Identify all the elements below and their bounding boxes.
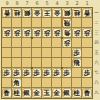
square-34[interactable]: 歩 <box>62 38 72 48</box>
square-78[interactable] <box>22 78 32 88</box>
square-85[interactable] <box>12 48 22 58</box>
square-68[interactable] <box>32 78 42 88</box>
square-45[interactable] <box>52 48 62 58</box>
square-42[interactable] <box>52 18 62 28</box>
rank-label-2: 二 <box>93 18 100 28</box>
piece-knight-gote[interactable]: 桂 <box>73 9 81 17</box>
square-61[interactable]: 金 <box>32 8 42 18</box>
file-label-7: 7 <box>22 0 32 7</box>
square-23[interactable]: 歩 <box>72 28 82 38</box>
piece-pawn-sente[interactable]: 歩 <box>23 69 31 77</box>
square-58[interactable] <box>42 78 52 88</box>
square-56[interactable] <box>42 58 52 68</box>
square-15[interactable] <box>82 48 92 58</box>
square-86[interactable] <box>12 58 22 68</box>
square-44[interactable] <box>52 38 62 48</box>
piece-pawn-sente[interactable]: 歩 <box>3 69 11 77</box>
file-label-1: 1 <box>82 0 92 7</box>
piece-pawn-gote[interactable]: 歩 <box>83 29 91 37</box>
file-label-3: 3 <box>62 0 72 7</box>
piece-knight-sente[interactable]: 桂 <box>73 89 81 97</box>
square-19[interactable]: 香 <box>82 88 92 98</box>
square-94[interactable] <box>2 38 12 48</box>
square-63[interactable]: 歩 <box>32 28 42 38</box>
square-93[interactable]: 歩 <box>2 28 12 38</box>
square-35[interactable] <box>62 48 72 58</box>
square-96[interactable] <box>2 58 12 68</box>
square-81[interactable]: 桂 <box>12 8 22 18</box>
square-27[interactable] <box>72 68 82 78</box>
square-47[interactable]: 歩 <box>52 68 62 78</box>
square-14[interactable] <box>82 38 92 48</box>
square-74[interactable] <box>22 38 32 48</box>
square-25[interactable]: 歩 <box>72 48 82 58</box>
square-32[interactable]: 飛 <box>62 18 72 28</box>
square-51[interactable]: 王 <box>42 8 52 18</box>
square-38[interactable] <box>62 78 72 88</box>
file-label-8: 8 <box>12 0 22 7</box>
piece-pawn-gote[interactable]: 歩 <box>33 29 41 37</box>
square-69[interactable]: 金 <box>32 88 42 98</box>
square-55[interactable] <box>42 48 52 58</box>
square-53[interactable]: 歩 <box>42 28 52 38</box>
piece-lance-sente[interactable]: 香 <box>83 89 91 97</box>
square-97[interactable]: 歩 <box>2 68 12 78</box>
square-13[interactable]: 歩 <box>82 28 92 38</box>
square-41[interactable]: 金 <box>52 8 62 18</box>
square-84[interactable] <box>12 38 22 48</box>
rank-label-8: 八 <box>93 78 100 88</box>
piece-pawn-gote[interactable]: 歩 <box>13 29 21 37</box>
piece-knight-sente[interactable]: 桂 <box>13 89 21 97</box>
rank-label-7: 七 <box>93 68 100 78</box>
square-59[interactable]: 玉 <box>42 88 52 98</box>
square-57[interactable]: 歩 <box>42 68 52 78</box>
square-91[interactable]: 香 <box>2 8 12 18</box>
piece-pawn-gote[interactable]: 歩 <box>73 29 81 37</box>
square-66[interactable] <box>32 58 42 68</box>
square-87[interactable]: 歩 <box>12 68 22 78</box>
square-31[interactable]: 銀 <box>62 8 72 18</box>
file-label-4: 4 <box>52 0 62 7</box>
square-83[interactable]: 歩 <box>12 28 22 38</box>
square-98[interactable] <box>2 78 12 88</box>
shogi-board-widget: 987654321 一二三四五六七八九 香桂銀金王金銀桂香飛歩歩歩歩歩歩角歩歩歩… <box>0 0 100 100</box>
piece-pawn-gote[interactable]: 歩 <box>23 29 31 37</box>
star-point <box>31 67 33 69</box>
shogi-board: 香桂銀金王金銀桂香飛歩歩歩歩歩歩角歩歩歩歩飛歩歩歩歩歩歩歩歩角香桂銀金玉金銀桂香 <box>1 7 93 99</box>
piece-pawn-sente[interactable]: 歩 <box>33 69 41 77</box>
piece-pawn-sente[interactable]: 歩 <box>63 69 71 77</box>
square-39[interactable]: 銀 <box>62 88 72 98</box>
square-54[interactable] <box>42 38 52 48</box>
piece-gold-sente[interactable]: 金 <box>53 89 61 97</box>
piece-bishop-gote[interactable]: 角 <box>63 29 71 37</box>
rank-label-3: 三 <box>93 28 100 38</box>
square-77[interactable]: 歩 <box>22 68 32 78</box>
square-48[interactable] <box>52 78 62 88</box>
piece-rook-gote[interactable]: 飛 <box>63 19 71 27</box>
piece-pawn-sente[interactable]: 歩 <box>83 69 91 77</box>
piece-silver-gote[interactable]: 銀 <box>63 9 71 17</box>
square-89[interactable]: 桂 <box>12 88 22 98</box>
piece-knight-gote[interactable]: 桂 <box>13 9 21 17</box>
piece-pawn-sente[interactable]: 歩 <box>13 69 21 77</box>
rank-label-1: 一 <box>93 8 100 18</box>
file-coordinate-labels: 987654321 <box>2 0 92 7</box>
star-point <box>61 37 63 39</box>
piece-silver-sente[interactable]: 銀 <box>63 89 71 97</box>
square-26[interactable]: 飛 <box>72 58 82 68</box>
piece-silver-sente[interactable]: 銀 <box>23 89 31 97</box>
square-67[interactable]: 歩 <box>32 68 42 78</box>
piece-pawn-gote[interactable]: 歩 <box>63 39 71 47</box>
square-11[interactable]: 香 <box>82 8 92 18</box>
square-24[interactable] <box>72 38 82 48</box>
rank-label-9: 九 <box>93 88 100 98</box>
piece-lance-gote[interactable]: 香 <box>83 9 91 17</box>
piece-pawn-gote[interactable]: 歩 <box>53 29 61 37</box>
star-point <box>61 67 63 69</box>
piece-gold-gote[interactable]: 金 <box>33 9 41 17</box>
square-95[interactable] <box>2 48 12 58</box>
square-71[interactable]: 銀 <box>22 8 32 18</box>
square-64[interactable] <box>32 38 42 48</box>
square-33[interactable]: 角 <box>62 28 72 38</box>
square-12[interactable] <box>82 18 92 28</box>
piece-gold-gote[interactable]: 金 <box>53 9 61 17</box>
square-99[interactable]: 香 <box>2 88 12 98</box>
square-52[interactable] <box>42 18 52 28</box>
square-16[interactable] <box>82 58 92 68</box>
square-79[interactable]: 銀 <box>22 88 32 98</box>
square-21[interactable]: 桂 <box>72 8 82 18</box>
rank-coordinate-labels: 一二三四五六七八九 <box>93 8 100 98</box>
square-82[interactable] <box>12 18 22 28</box>
piece-pawn-sente[interactable]: 歩 <box>43 69 51 77</box>
rank-label-5: 五 <box>93 48 100 58</box>
piece-bishop-sente[interactable]: 角 <box>13 79 21 87</box>
piece-silver-gote[interactable]: 銀 <box>23 9 31 17</box>
piece-rook-sente[interactable]: 飛 <box>73 59 81 67</box>
square-36[interactable] <box>62 58 72 68</box>
square-22[interactable] <box>72 18 82 28</box>
file-label-5: 5 <box>42 0 52 7</box>
piece-pawn-sente[interactable]: 歩 <box>53 69 61 77</box>
square-62[interactable] <box>32 18 42 28</box>
piece-king-sente[interactable]: 玉 <box>43 89 51 97</box>
square-18[interactable] <box>82 78 92 88</box>
square-72[interactable] <box>22 18 32 28</box>
square-92[interactable] <box>2 18 12 28</box>
piece-pawn-sente[interactable]: 歩 <box>73 49 81 57</box>
file-label-6: 6 <box>32 0 42 7</box>
piece-pawn-gote[interactable]: 歩 <box>43 29 51 37</box>
file-label-9: 9 <box>2 0 12 7</box>
square-75[interactable] <box>22 48 32 58</box>
piece-gold-sente[interactable]: 金 <box>33 89 41 97</box>
piece-king-gote[interactable]: 王 <box>43 9 51 17</box>
square-37[interactable]: 歩 <box>62 68 72 78</box>
square-65[interactable] <box>32 48 42 58</box>
piece-pawn-gote[interactable]: 歩 <box>3 29 11 37</box>
square-28[interactable] <box>72 78 82 88</box>
rank-label-4: 四 <box>93 38 100 48</box>
piece-lance-sente[interactable]: 香 <box>3 89 11 97</box>
square-29[interactable]: 桂 <box>72 88 82 98</box>
square-49[interactable]: 金 <box>52 88 62 98</box>
square-88[interactable]: 角 <box>12 78 22 88</box>
square-17[interactable]: 歩 <box>82 68 92 78</box>
rank-label-6: 六 <box>93 58 100 68</box>
file-label-2: 2 <box>72 0 82 7</box>
piece-lance-gote[interactable]: 香 <box>3 9 11 17</box>
star-point <box>31 37 33 39</box>
